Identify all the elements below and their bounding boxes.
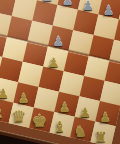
black-pawn-g7: ♟ [98,0,119,17]
chess-set-photo: ♜♞♝♛♚♝♞♜♟♟♟♟♟♟♟♟♟♟♟♟♟♟♟♟♜♞♝♛♚♝♞♜ [0,0,120,144]
black-pawn-f7: ♟ [78,0,99,12]
white-bishop-f1: ♝ [49,109,70,135]
white-rook-h1: ♜ [90,118,111,144]
white-queen-d1: ♛ [8,99,29,125]
chess-board: ♜♞♝♛♚♝♞♜♟♟♟♟♟♟♟♟♟♟♟♟♟♟♟♟♜♞♝♛♚♝♞♜ [0,0,120,144]
white-pawn-e4: ♟ [43,43,64,69]
white-knight-g1: ♞ [70,114,91,140]
white-king-e1: ♚ [29,104,50,130]
black-pawn-h7: ♟ [119,0,120,22]
black-pawn-d7: ♟ [37,0,58,3]
photo-scene: ♜♞♝♛♚♝♞♜♟♟♟♟♟♟♟♟♟♟♟♟♟♟♟♟♜♞♝♛♚♝♞♜ [0,0,120,144]
black-pawn-e7: ♟ [57,0,78,7]
